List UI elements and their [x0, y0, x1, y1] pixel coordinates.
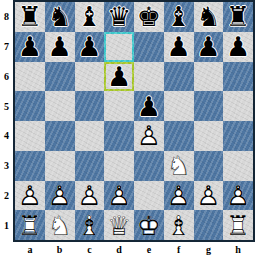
piece-outline: ♙: [164, 181, 194, 211]
square-d7[interactable]: [104, 32, 134, 62]
square-b4[interactable]: [45, 121, 75, 151]
piece-outline: ♔: [134, 210, 164, 240]
square-b6[interactable]: [45, 62, 75, 92]
square-a1[interactable]: ♜♖: [15, 210, 45, 240]
piece-outline: ♙: [134, 121, 164, 151]
square-d8[interactable]: ♛: [104, 2, 134, 32]
piece-black-pawn[interactable]: ♟: [75, 32, 105, 62]
piece-white-knight[interactable]: ♞♘: [164, 151, 194, 181]
piece-white-pawn[interactable]: ♟♙: [104, 181, 134, 211]
piece-outline: ♙: [104, 181, 134, 211]
file-label-h: h: [223, 242, 253, 256]
file-label-e: e: [134, 242, 164, 256]
rank-label-8: 8: [0, 2, 13, 32]
piece-black-bishop[interactable]: ♝: [75, 2, 105, 32]
piece-white-queen[interactable]: ♛♕: [104, 210, 134, 240]
piece-black-pawn[interactable]: ♟: [164, 32, 194, 62]
piece-outline: ♕: [104, 210, 134, 240]
square-f2[interactable]: ♟♙: [164, 181, 194, 211]
piece-white-pawn[interactable]: ♟♙: [194, 181, 224, 211]
square-h2[interactable]: ♟♙: [223, 181, 253, 211]
rank-label-1: 1: [0, 210, 13, 240]
file-label-d: d: [104, 242, 134, 256]
square-h6[interactable]: [223, 62, 253, 92]
file-label-f: f: [164, 242, 194, 256]
piece-white-knight[interactable]: ♞♘: [45, 210, 75, 240]
rank-label-5: 5: [0, 91, 13, 121]
square-d3[interactable]: [104, 151, 134, 181]
square-b3[interactable]: [45, 151, 75, 181]
square-a6[interactable]: [15, 62, 45, 92]
square-h1[interactable]: ♜♖: [223, 210, 253, 240]
piece-outline: ♘: [45, 210, 75, 240]
square-f6[interactable]: [164, 62, 194, 92]
piece-white-pawn[interactable]: ♟♙: [45, 181, 75, 211]
square-c7[interactable]: ♟: [75, 32, 105, 62]
square-d5[interactable]: [104, 91, 134, 121]
piece-white-king[interactable]: ♚♔: [134, 210, 164, 240]
rank-label-6: 6: [0, 62, 13, 92]
square-e1[interactable]: ♚♔: [134, 210, 164, 240]
square-f3[interactable]: ♞♘: [164, 151, 194, 181]
piece-white-bishop[interactable]: ♝♗: [75, 210, 105, 240]
piece-black-queen[interactable]: ♛: [104, 2, 134, 32]
square-b1[interactable]: ♞♘: [45, 210, 75, 240]
piece-black-pawn[interactable]: ♟: [194, 32, 224, 62]
piece-outline: ♙: [223, 181, 253, 211]
square-f5[interactable]: [164, 91, 194, 121]
piece-outline: ♗: [75, 210, 105, 240]
square-d6[interactable]: ♟: [104, 62, 134, 92]
square-a4[interactable]: [15, 121, 45, 151]
square-g2[interactable]: ♟♙: [194, 181, 224, 211]
square-f7[interactable]: ♟: [164, 32, 194, 62]
square-d4[interactable]: [104, 121, 134, 151]
square-d2[interactable]: ♟♙: [104, 181, 134, 211]
square-g4[interactable]: [194, 121, 224, 151]
piece-white-pawn[interactable]: ♟♙: [223, 181, 253, 211]
piece-outline: ♙: [75, 181, 105, 211]
square-b2[interactable]: ♟♙: [45, 181, 75, 211]
square-g1[interactable]: [194, 210, 224, 240]
piece-black-knight[interactable]: ♞: [194, 2, 224, 32]
piece-outline: ♖: [15, 210, 45, 240]
square-g3[interactable]: [194, 151, 224, 181]
piece-black-king[interactable]: ♚: [134, 2, 164, 32]
square-f8[interactable]: ♝: [164, 2, 194, 32]
square-f4[interactable]: [164, 121, 194, 151]
piece-white-bishop[interactable]: ♝♗: [164, 210, 194, 240]
piece-black-rook[interactable]: ♜: [15, 2, 45, 32]
piece-white-pawn[interactable]: ♟♙: [15, 181, 45, 211]
piece-black-pawn[interactable]: ♟: [45, 32, 75, 62]
square-e8[interactable]: ♚: [134, 2, 164, 32]
piece-black-pawn[interactable]: ♟: [223, 32, 253, 62]
chess-diagram: 87654321 ♜♞♝♛♚♝♞♜♟♟♟♟♟♟♟♟♟♙♞♘♟♙♟♙♟♙♟♙♟♙♟…: [0, 0, 256, 256]
piece-black-knight[interactable]: ♞: [45, 2, 75, 32]
square-h7[interactable]: ♟: [223, 32, 253, 62]
square-h5[interactable]: [223, 91, 253, 121]
piece-outline: ♙: [45, 181, 75, 211]
square-h3[interactable]: [223, 151, 253, 181]
square-a5[interactable]: [15, 91, 45, 121]
square-g6[interactable]: [194, 62, 224, 92]
square-g5[interactable]: [194, 91, 224, 121]
square-c3[interactable]: [75, 151, 105, 181]
rank-label-2: 2: [0, 181, 13, 211]
piece-white-pawn[interactable]: ♟♙: [164, 181, 194, 211]
square-e2[interactable]: [134, 181, 164, 211]
square-b5[interactable]: [45, 91, 75, 121]
piece-black-rook[interactable]: ♜: [223, 2, 253, 32]
square-f1[interactable]: ♝♗: [164, 210, 194, 240]
square-e4[interactable]: ♟♙: [134, 121, 164, 151]
piece-white-rook[interactable]: ♜♖: [223, 210, 253, 240]
piece-white-pawn[interactable]: ♟♙: [75, 181, 105, 211]
square-a2[interactable]: ♟♙: [15, 181, 45, 211]
square-d1[interactable]: ♛♕: [104, 210, 134, 240]
file-labels: abcdefgh: [15, 242, 253, 256]
square-g7[interactable]: ♟: [194, 32, 224, 62]
piece-outline: ♘: [164, 151, 194, 181]
piece-black-pawn[interactable]: ♟: [134, 91, 164, 121]
rank-label-7: 7: [0, 32, 13, 62]
rank-label-4: 4: [0, 121, 13, 151]
rank-label-3: 3: [0, 151, 13, 181]
file-label-c: c: [75, 242, 105, 256]
square-b7[interactable]: ♟: [45, 32, 75, 62]
square-c1[interactable]: ♝♗: [75, 210, 105, 240]
square-e6[interactable]: [134, 62, 164, 92]
square-c2[interactable]: ♟♙: [75, 181, 105, 211]
piece-outline: ♗: [164, 210, 194, 240]
square-a3[interactable]: [15, 151, 45, 181]
piece-black-pawn[interactable]: ♟: [15, 32, 45, 62]
piece-white-rook[interactable]: ♜♖: [15, 210, 45, 240]
piece-outline: ♙: [15, 181, 45, 211]
piece-outline: ♖: [223, 210, 253, 240]
square-h4[interactable]: [223, 121, 253, 151]
square-b8[interactable]: ♞: [45, 2, 75, 32]
piece-black-bishop[interactable]: ♝: [164, 2, 194, 32]
square-c4[interactable]: [75, 121, 105, 151]
square-c8[interactable]: ♝: [75, 2, 105, 32]
square-c5[interactable]: [75, 91, 105, 121]
square-a8[interactable]: ♜: [15, 2, 45, 32]
square-c6[interactable]: [75, 62, 105, 92]
piece-white-pawn[interactable]: ♟♙: [134, 121, 164, 151]
square-a7[interactable]: ♟: [15, 32, 45, 62]
file-label-b: b: [45, 242, 75, 256]
square-h8[interactable]: ♜: [223, 2, 253, 32]
file-label-g: g: [194, 242, 224, 256]
square-e5[interactable]: ♟: [134, 91, 164, 121]
square-e3[interactable]: [134, 151, 164, 181]
chess-board: ♜♞♝♛♚♝♞♜♟♟♟♟♟♟♟♟♟♙♞♘♟♙♟♙♟♙♟♙♟♙♟♙♟♙♜♖♞♘♝♗…: [13, 0, 255, 242]
rank-labels: 87654321: [0, 2, 13, 240]
file-label-a: a: [15, 242, 45, 256]
square-e7[interactable]: [134, 32, 164, 62]
piece-black-pawn[interactable]: ♟: [104, 62, 134, 92]
piece-outline: ♙: [194, 181, 224, 211]
square-g8[interactable]: ♞: [194, 2, 224, 32]
